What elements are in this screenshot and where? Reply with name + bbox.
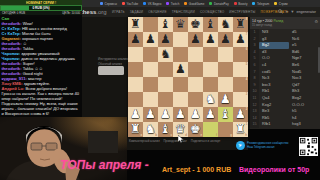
move-number: 5	[250, 55, 259, 62]
square-a1[interactable]: ♜a	[128, 122, 143, 137]
donation-goal-widget: НОМИНАТ СЕРИИ ! 0 RUB (0%) СЕГОДНЯ: 0 RU…	[0, 0, 82, 15]
coord-file: c	[170, 134, 172, 137]
square-c4[interactable]	[158, 77, 173, 92]
square-c8[interactable]: ♝	[158, 17, 173, 32]
move-5-black[interactable]: Nge7	[289, 55, 320, 62]
move-number: 11	[250, 95, 259, 102]
move-13-black[interactable]: h5	[289, 108, 320, 115]
square-b5[interactable]	[143, 62, 158, 77]
chess-board[interactable]: ♜♝♛♚♝♞♜8♟♟♟♟♟♟♟7♞6♟54♞♟3♟♟♟♟♟♟♝♟2♜a♞b♝c♛…	[128, 17, 248, 137]
white-piece-p-g3: ♟	[220, 92, 231, 107]
white-piece-n-b1: ♞	[145, 122, 156, 137]
favicon	[252, 2, 255, 5]
square-e5[interactable]	[188, 62, 203, 77]
square-b1[interactable]: ♞b	[143, 122, 158, 137]
square-e7[interactable]: ♟	[188, 32, 203, 47]
coord-file: f	[216, 134, 217, 137]
square-e8[interactable]: ♚	[188, 17, 203, 32]
white-piece-p-e2: ♟	[190, 107, 201, 122]
chat-text: Всем доброго вечера! Гроссы на канале. К…	[2, 86, 80, 116]
square-a5[interactable]	[128, 62, 143, 77]
goal-progress-text: 0 RUB (0%)	[1, 6, 81, 10]
square-c5[interactable]	[158, 62, 173, 77]
goal-today: СЕГОДНЯ: 0 RUB	[2, 11, 25, 16]
white-piece-p-c2: ♟	[160, 107, 171, 122]
move-10-black[interactable]: Bh3	[289, 88, 320, 95]
square-h7[interactable]: ♟7	[233, 32, 248, 47]
black-piece-p-e7: ♟	[190, 32, 201, 47]
move-number: 15	[250, 121, 259, 128]
chat-message: Андрей Lu: Всем доброго вечера! Гроссы н…	[2, 86, 81, 116]
move-12-white[interactable]: Kxg2	[259, 102, 289, 109]
square-c3[interactable]	[158, 92, 173, 107]
square-c6[interactable]: ♞	[158, 47, 173, 62]
challenge-icon[interactable]: +	[286, 10, 289, 15]
bookmark-item[interactable]: VK Видео	[143, 2, 161, 6]
square-c7[interactable]: ♟	[158, 32, 173, 47]
bookmark-item[interactable]: Twitch	[166, 2, 179, 6]
move-number: 7	[250, 69, 259, 76]
coord-rank: 5	[246, 63, 248, 66]
white-piece-p-a2: ♟	[130, 107, 141, 122]
favicon	[166, 2, 169, 5]
move-7-black[interactable]: Nxd5	[289, 69, 320, 76]
move-number: 9	[250, 82, 259, 89]
sidebar-widget[interactable]	[98, 66, 124, 75]
move-8-white[interactable]: Nc3	[259, 75, 289, 82]
square-f2[interactable]: ♟	[203, 107, 218, 122]
move-number: 2	[250, 36, 259, 43]
black-piece-p-c7: ♟	[160, 32, 171, 47]
move-10-white[interactable]: Rb1	[259, 88, 289, 95]
square-d8[interactable]: ♛	[173, 17, 188, 32]
square-f5[interactable]	[203, 62, 218, 77]
move-9-black[interactable]: Qd7	[289, 82, 320, 89]
stream-chat-overlay: НОМИНАТ СЕРИИ ! 0 RUB (0%) СЕГОДНЯ: 0 RU…	[0, 0, 82, 117]
square-a7[interactable]: ♟	[128, 32, 143, 47]
black-piece-r-h8: ♜	[235, 17, 246, 32]
mouse-cursor	[178, 135, 184, 143]
square-b6[interactable]	[143, 47, 158, 62]
move-number: 10	[250, 88, 259, 95]
bottom-black-band	[127, 150, 320, 180]
white-piece-p-d2: ♟	[175, 107, 186, 122]
move-number: 12	[250, 102, 259, 109]
banner-videos: Видеоролики от 50р	[239, 166, 309, 173]
nav-item[interactable]: СООБЩЕСТВО	[200, 10, 224, 14]
gear-icon[interactable]: ⚙	[314, 19, 318, 24]
square-h1[interactable]: ♜h1	[233, 122, 248, 137]
square-a2[interactable]: ♟	[128, 107, 143, 122]
black-piece-n-c6: ♞	[160, 47, 171, 62]
nav-item[interactable]: ОБУЧЕНИЕ	[148, 10, 167, 14]
move-4-white[interactable]: d3	[259, 49, 289, 56]
move-8-black[interactable]: Nxc3	[289, 75, 320, 82]
square-e6[interactable]	[188, 47, 203, 62]
square-g6[interactable]	[218, 47, 233, 62]
black-piece-p-g7: ♟	[220, 32, 231, 47]
move-number: 4	[250, 49, 259, 56]
square-d7[interactable]	[173, 32, 188, 47]
coord-file: a	[140, 134, 142, 137]
move-number: 14	[250, 115, 259, 122]
favicon	[122, 2, 125, 5]
bookmark-item[interactable]: DonatePay	[209, 2, 228, 6]
square-h8[interactable]: ♜8	[233, 17, 248, 32]
square-c2[interactable]: ♟	[158, 107, 173, 122]
white-piece-b-g2: ♝	[220, 107, 231, 122]
move-3-white[interactable]: Bg2	[259, 42, 289, 49]
white-piece-r-a1: ♜	[130, 122, 141, 137]
underboard-tab[interactable]: Проводник	[164, 139, 179, 143]
black-piece-b-c8: ♝	[160, 17, 171, 32]
goal-numbers: СЕГОДНЯ: 0 RUB ЦЕЛЬ: 10 000	[0, 11, 82, 16]
coord-rank: 7	[246, 33, 248, 36]
square-d5[interactable]: ♟	[173, 62, 188, 77]
square-g3[interactable]: ♟	[218, 92, 233, 107]
square-b8[interactable]	[143, 17, 158, 32]
move-11-white[interactable]: Qa4	[259, 95, 289, 102]
move-number: 8	[250, 75, 259, 82]
black-piece-p-a7: ♟	[130, 32, 141, 47]
underboard-tab[interactable]: Поделиться и экспорт	[191, 139, 220, 143]
chat-messages[interactable]: Сапtheodorik: Wow!Ст КаТер: НВ шах с кон…	[0, 16, 82, 117]
lichess-nav: ИГРАТЬЗАДАЧИОБУЧЕНИЕТРАНСЛЯЦИИСООБЩЕСТВО…	[112, 10, 288, 14]
square-a4[interactable]	[128, 77, 143, 92]
move-7-white[interactable]: cxd5	[259, 69, 289, 76]
move-1-white[interactable]: Nf3	[259, 29, 289, 36]
coord-file: h	[245, 134, 247, 137]
move-2-white[interactable]: g3	[259, 36, 289, 43]
move-list-panel: 14 тур • 2000 Рапид 15 минут назад ⚙ 1Nf…	[250, 17, 320, 129]
game-subtitle: 15 минут назад	[252, 23, 318, 27]
square-h5[interactable]: 5	[233, 62, 248, 77]
move-9-white[interactable]: bxc3	[259, 82, 289, 89]
sidebar-text-1: Инструменты анализа	[98, 57, 129, 61]
white-piece-k-e1: ♚	[190, 122, 201, 137]
bookmark-item[interactable]: YouTube	[122, 2, 138, 6]
coord-rank: 2	[246, 108, 248, 111]
stream-screen: СервисыYouTubeVK ВидеоTwitchGoodGameDona…	[0, 0, 320, 180]
underboard-tabs: Компьютерный анализПроводникЧатПоделитьс…	[129, 139, 249, 143]
coord-rank: 8	[246, 18, 248, 21]
square-b4[interactable]	[143, 77, 158, 92]
move-list: 1Nf3d52g3Nc63Bg2e54d3Bd65O-ONge76c4Be67c…	[250, 29, 320, 128]
move-6-black[interactable]: Be6	[289, 62, 320, 69]
underboard-tab[interactable]: Компьютерный анализ	[129, 139, 160, 143]
move-number: 1	[250, 29, 259, 36]
square-a6[interactable]	[128, 47, 143, 62]
square-h6[interactable]: 6	[233, 47, 248, 62]
square-e3[interactable]	[188, 92, 203, 107]
square-g4[interactable]	[218, 77, 233, 92]
black-piece-p-d5: ♟	[175, 62, 186, 77]
move-number: 13	[250, 108, 259, 115]
coord-file: d	[185, 134, 187, 137]
square-b2[interactable]: ♟	[143, 107, 158, 122]
move-5-white[interactable]: O-O	[259, 55, 289, 62]
square-e4[interactable]	[188, 77, 203, 92]
telegram-promo: ➤ Рекомендованное сообщество Наш Telegra…	[236, 138, 296, 152]
search-icon[interactable]	[278, 9, 283, 14]
move-3-black[interactable]: e5	[289, 42, 320, 49]
move-13-white[interactable]: Be3	[259, 108, 289, 115]
move-1-black[interactable]: d5	[289, 29, 320, 36]
move-12-black[interactable]: O-O-O	[289, 102, 320, 109]
coord-rank: 1	[246, 123, 248, 126]
nav-item[interactable]: ТРАНСЛЯЦИИ	[172, 10, 195, 14]
black-piece-k-e8: ♚	[190, 17, 201, 32]
favicon	[100, 2, 103, 5]
square-h3[interactable]: 3	[233, 92, 248, 107]
black-piece-p-f7: ♟	[205, 32, 216, 47]
coord-rank: 3	[246, 93, 248, 96]
square-g7[interactable]: ♟	[218, 32, 233, 47]
square-a8[interactable]: ♜	[128, 17, 143, 32]
square-g2[interactable]: ♝	[218, 107, 233, 122]
coord-file: e	[200, 134, 202, 137]
telegram-line2: Наш Telegram-канал	[247, 145, 288, 149]
move-number: 3	[250, 42, 259, 49]
square-b3[interactable]	[143, 92, 158, 107]
white-piece-p-h2: ♟	[235, 107, 246, 122]
move-list-scrollbar[interactable]	[318, 47, 320, 73]
square-f4[interactable]	[203, 77, 218, 92]
header-icons: + ▾ engenerator	[278, 9, 316, 14]
black-piece-p-b7: ♟	[145, 32, 156, 47]
black-piece-b-f8: ♝	[205, 17, 216, 32]
square-e1[interactable]: ♚e	[188, 122, 203, 137]
goal-target: ЦЕЛЬ: 10 000	[62, 11, 80, 16]
game-header: 14 тур • 2000 Рапид 15 минут назад ⚙	[250, 17, 320, 29]
square-a3[interactable]	[128, 92, 143, 107]
square-f7[interactable]: ♟	[203, 32, 218, 47]
square-e2[interactable]: ♟	[188, 107, 203, 122]
bookmark-item[interactable]: Boosty	[234, 2, 248, 6]
bookmark-item[interactable]: GoodGame	[184, 2, 204, 6]
favicon	[209, 2, 212, 5]
move-4-black[interactable]: Bd6	[289, 49, 320, 56]
move-11-black[interactable]: Bxg2	[289, 95, 320, 102]
square-g1[interactable]: g	[218, 122, 233, 137]
coord-file: b	[155, 134, 157, 137]
white-piece-n-f3: ♞	[205, 92, 216, 107]
square-h2[interactable]: ♟2	[233, 107, 248, 122]
nav-item[interactable]: ИНСТРУМЕНТЫ	[229, 10, 255, 14]
notifications-icon[interactable]: ▾	[291, 10, 293, 15]
nav-item[interactable]: ЗАДАЧИ	[130, 10, 143, 14]
square-d2[interactable]: ♟	[173, 107, 188, 122]
banner-tops-april: ТОПы апреля -	[60, 158, 149, 172]
move-14-black[interactable]: h4	[289, 115, 320, 122]
favicon	[274, 2, 277, 5]
coord-rank: 6	[246, 48, 248, 51]
move-15-white[interactable]: Rfb1	[259, 121, 289, 128]
qr-code	[299, 137, 318, 156]
square-b7[interactable]: ♟	[143, 32, 158, 47]
bookmark-item[interactable]: Стрим	[274, 2, 287, 6]
move-15-black[interactable]: hxg3	[289, 121, 320, 128]
user-menu[interactable]: engenerator	[297, 10, 316, 14]
favicon	[184, 2, 187, 5]
white-piece-p-f2: ♟	[205, 107, 216, 122]
square-h4[interactable]: 4	[233, 77, 248, 92]
white-piece-b-c1: ♝	[160, 122, 171, 137]
favicon	[234, 2, 237, 5]
square-c1[interactable]: ♝c	[158, 122, 173, 137]
move-14-white[interactable]: Rb5	[259, 115, 289, 122]
goal-progress-bar: 0 RUB (0%)	[0, 5, 82, 11]
black-piece-r-a8: ♜	[130, 17, 141, 32]
black-piece-p-h7: ♟	[235, 32, 246, 47]
black-piece-q-d8: ♛	[175, 17, 186, 32]
square-d3[interactable]	[173, 92, 188, 107]
banner-donation: Art_sept - 1 000 RUB	[162, 166, 231, 173]
white-piece-r-h1: ♜	[235, 122, 246, 137]
white-piece-p-b2: ♟	[145, 107, 156, 122]
move-number: 6	[250, 62, 259, 69]
square-f8[interactable]: ♝	[203, 17, 218, 32]
bookmark-item[interactable]: Сервисы	[100, 2, 117, 6]
square-f6[interactable]	[203, 47, 218, 62]
black-piece-n-g8: ♞	[220, 17, 231, 32]
square-f1[interactable]: f	[203, 122, 218, 137]
square-g5[interactable]	[218, 62, 233, 77]
move-6-white[interactable]: c4	[259, 62, 289, 69]
bookmark-item[interactable]: Telegram	[252, 2, 269, 6]
nav-item[interactable]: ИГРАТЬ	[112, 10, 125, 14]
coord-file: g	[230, 134, 232, 137]
square-g8[interactable]: ♞	[218, 17, 233, 32]
move-2-black[interactable]: Nc6	[289, 36, 320, 43]
square-d6[interactable]	[173, 47, 188, 62]
coord-rank: 4	[246, 78, 248, 81]
square-f3[interactable]: ♞	[203, 92, 218, 107]
square-d4[interactable]	[173, 77, 188, 92]
telegram-icon: ➤	[236, 141, 245, 150]
favicon	[143, 2, 146, 5]
